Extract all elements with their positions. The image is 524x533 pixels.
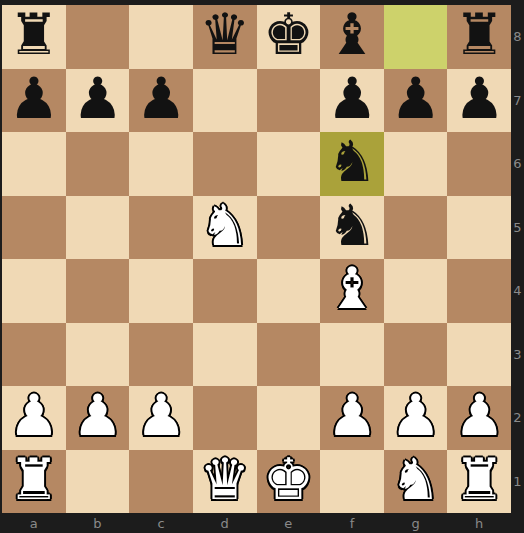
piece-black-pawn[interactable]: ♟ [136,70,187,127]
file-label-h: h [447,513,511,533]
square-a1[interactable]: ♜ [2,450,66,514]
square-d8[interactable]: ♛ [193,5,257,69]
square-b8[interactable] [66,5,130,69]
piece-black-knight[interactable]: ♞ [326,197,377,254]
square-f1[interactable] [320,450,384,514]
square-g7[interactable]: ♟ [384,69,448,133]
rank-coordinates: 87654321 [511,5,524,513]
piece-black-rook[interactable]: ♜ [454,6,505,63]
square-g4[interactable] [384,259,448,323]
square-e1[interactable]: ♚ [257,450,321,514]
piece-white-pawn[interactable]: ♟ [8,387,59,444]
square-a6[interactable] [2,132,66,196]
piece-white-pawn[interactable]: ♟ [72,387,123,444]
piece-white-king[interactable]: ♚ [263,451,314,508]
board: ♜♛♚♝♜♟♟♟♟♟♟♞♞♞♝♟♟♟♟♟♟♜♛♚♞♜ [2,5,511,513]
square-c2[interactable]: ♟ [129,386,193,450]
piece-white-pawn[interactable]: ♟ [326,387,377,444]
piece-black-pawn[interactable]: ♟ [326,70,377,127]
file-label-a: a [2,513,66,533]
piece-white-bishop[interactable]: ♝ [326,260,377,317]
piece-black-king[interactable]: ♚ [263,6,314,63]
rank-label-2: 2 [511,386,524,450]
piece-black-queen[interactable]: ♛ [199,6,250,63]
square-b7[interactable]: ♟ [66,69,130,133]
square-e2[interactable] [257,386,321,450]
square-a4[interactable] [2,259,66,323]
piece-black-knight[interactable]: ♞ [326,133,377,190]
square-g6[interactable] [384,132,448,196]
rank-label-1: 1 [511,450,524,514]
piece-black-pawn[interactable]: ♟ [454,70,505,127]
square-g3[interactable] [384,323,448,387]
piece-black-pawn[interactable]: ♟ [72,70,123,127]
square-f3[interactable] [320,323,384,387]
square-f7[interactable]: ♟ [320,69,384,133]
square-h5[interactable] [447,196,511,260]
square-e5[interactable] [257,196,321,260]
square-d5[interactable]: ♞ [193,196,257,260]
square-d4[interactable] [193,259,257,323]
square-c6[interactable] [129,132,193,196]
square-a3[interactable] [2,323,66,387]
piece-black-bishop[interactable]: ♝ [326,6,377,63]
chess-app-window: ♜♛♚♝♜♟♟♟♟♟♟♞♞♞♝♟♟♟♟♟♟♜♛♚♞♜ 87654321 abcd… [0,0,524,533]
square-g1[interactable]: ♞ [384,450,448,514]
square-f8[interactable]: ♝ [320,5,384,69]
square-h1[interactable]: ♜ [447,450,511,514]
square-g2[interactable]: ♟ [384,386,448,450]
piece-white-knight[interactable]: ♞ [199,197,250,254]
square-c3[interactable] [129,323,193,387]
square-c8[interactable] [129,5,193,69]
square-f4[interactable]: ♝ [320,259,384,323]
square-h4[interactable] [447,259,511,323]
square-e4[interactable] [257,259,321,323]
file-label-e: e [257,513,321,533]
file-label-f: f [320,513,384,533]
square-b5[interactable] [66,196,130,260]
file-label-g: g [384,513,448,533]
file-coordinates: abcdefgh [2,513,511,533]
square-g5[interactable] [384,196,448,260]
square-h3[interactable] [447,323,511,387]
piece-white-queen[interactable]: ♛ [199,451,250,508]
square-a7[interactable]: ♟ [2,69,66,133]
square-g8[interactable] [384,5,448,69]
square-h6[interactable] [447,132,511,196]
piece-white-rook[interactable]: ♜ [454,451,505,508]
square-b1[interactable] [66,450,130,514]
square-e8[interactable]: ♚ [257,5,321,69]
square-a8[interactable]: ♜ [2,5,66,69]
piece-white-knight[interactable]: ♞ [390,451,441,508]
square-e6[interactable] [257,132,321,196]
square-b4[interactable] [66,259,130,323]
piece-white-pawn[interactable]: ♟ [390,387,441,444]
piece-black-pawn[interactable]: ♟ [8,70,59,127]
square-c4[interactable] [129,259,193,323]
rank-label-8: 8 [511,5,524,69]
file-label-d: d [193,513,257,533]
square-d7[interactable] [193,69,257,133]
square-e7[interactable] [257,69,321,133]
file-label-b: b [66,513,130,533]
square-b6[interactable] [66,132,130,196]
rank-label-6: 6 [511,132,524,196]
square-e3[interactable] [257,323,321,387]
square-h2[interactable]: ♟ [447,386,511,450]
square-c1[interactable] [129,450,193,514]
rank-label-4: 4 [511,259,524,323]
piece-white-pawn[interactable]: ♟ [454,387,505,444]
square-f5[interactable]: ♞ [320,196,384,260]
square-b2[interactable]: ♟ [66,386,130,450]
piece-white-pawn[interactable]: ♟ [136,387,187,444]
square-f6[interactable]: ♞ [320,132,384,196]
square-d2[interactable] [193,386,257,450]
square-h7[interactable]: ♟ [447,69,511,133]
square-d1[interactable]: ♛ [193,450,257,514]
square-f2[interactable]: ♟ [320,386,384,450]
square-b3[interactable] [66,323,130,387]
rank-label-5: 5 [511,196,524,260]
square-h8[interactable]: ♜ [447,5,511,69]
square-d6[interactable] [193,132,257,196]
square-c7[interactable]: ♟ [129,69,193,133]
piece-black-rook[interactable]: ♜ [8,6,59,63]
piece-white-rook[interactable]: ♜ [8,451,59,508]
square-d3[interactable] [193,323,257,387]
square-a5[interactable] [2,196,66,260]
piece-black-pawn[interactable]: ♟ [390,70,441,127]
rank-label-7: 7 [511,69,524,133]
file-label-c: c [129,513,193,533]
rank-label-3: 3 [511,323,524,387]
square-a2[interactable]: ♟ [2,386,66,450]
square-c5[interactable] [129,196,193,260]
